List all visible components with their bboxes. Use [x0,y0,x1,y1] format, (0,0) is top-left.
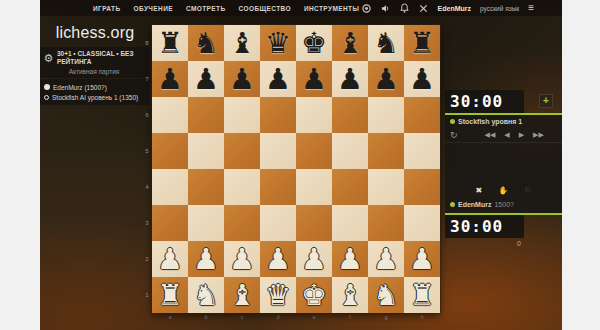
abort-button[interactable]: ✖ [476,186,483,195]
piece-black-rook[interactable]: ♜ [157,25,183,61]
file-label-a: a [152,314,188,320]
draw-offer-button[interactable]: ✋ [498,186,508,195]
first-move-button[interactable]: ◀◀ [485,131,496,139]
square-e8[interactable]: ♚ [296,25,332,61]
player-row[interactable]: EdenMurz 1500? [445,198,562,211]
record-icon[interactable] [362,3,372,13]
square-a2[interactable]: ♟ [152,241,188,277]
square-e3[interactable] [296,205,332,241]
piece-black-rook[interactable]: ♜ [409,25,435,61]
piece-black-pawn[interactable]: ♟ [265,61,291,97]
game-info-line: 30+1 • CLASSICAL • БЕЗ РЕЙТИНГА [57,50,145,66]
piece-black-queen[interactable]: ♛ [265,25,291,61]
piece-white-pawn[interactable]: ♟ [373,241,399,277]
square-e2[interactable]: ♟ [296,241,332,277]
piece-black-pawn[interactable]: ♟ [157,61,183,97]
square-h7[interactable]: ♟ [404,61,440,97]
black-side-icon [44,95,49,100]
file-label-f: f [332,314,368,320]
white-player-label: EdenMurz (1500?) [53,84,107,91]
square-d5[interactable] [260,133,296,169]
add-time-button[interactable]: + [539,94,553,108]
piece-white-pawn[interactable]: ♟ [409,241,435,277]
rank-label-5: 5 [143,133,151,169]
square-b6[interactable] [188,97,224,133]
square-c4[interactable] [224,169,260,205]
square-g1[interactable]: ♞ [368,277,404,313]
lichess-app-window: ИГРАТЬ ОБУЧЕНИЕ СМОТРЕТЬ СООБЩЕСТВО ИНСТ… [40,0,562,330]
move-list[interactable] [445,143,562,183]
square-b5[interactable] [188,133,224,169]
piece-white-rook[interactable]: ♜ [409,277,435,313]
square-d6[interactable] [260,97,296,133]
spectator-count: 0 [517,240,521,247]
next-move-button[interactable]: ▶ [519,131,524,139]
piece-black-bishop[interactable]: ♝ [337,25,363,61]
square-c2[interactable]: ♟ [224,241,260,277]
menu-play[interactable]: ИГРАТЬ [93,5,121,12]
square-a5[interactable] [152,133,188,169]
player-clock: 30:00 [445,215,524,238]
piece-white-pawn[interactable]: ♟ [229,241,255,277]
piece-black-king[interactable]: ♚ [301,25,327,61]
square-a6[interactable] [152,97,188,133]
file-coordinates: abcdefgh [152,314,440,320]
piece-white-bishop[interactable]: ♝ [229,277,255,313]
square-e4[interactable] [296,169,332,205]
rank-label-8: 8 [143,25,151,61]
square-d2[interactable]: ♟ [260,241,296,277]
piece-black-pawn[interactable]: ♟ [301,61,327,97]
player-name: EdenMurz [458,201,491,208]
square-a7[interactable]: ♟ [152,61,188,97]
square-e1[interactable]: ♚ [296,277,332,313]
piece-black-pawn[interactable]: ♟ [193,61,219,97]
square-c3[interactable] [224,205,260,241]
file-label-h: h [404,314,440,320]
square-f7[interactable]: ♟ [332,61,368,97]
file-label-c: c [224,314,260,320]
opponent-row[interactable]: Stockfish уровня 1 [445,115,562,128]
rank-coordinates: 87654321 [143,25,151,313]
player-row-black[interactable]: Stockfish AI уровень 1 (1350) [44,92,145,102]
bell-icon[interactable] [400,3,410,13]
chess-board[interactable]: ♜♞♝♛♚♝♞♜♟♟♟♟♟♟♟♟♟♟♟♟♟♟♟♟♜♞♝♛♚♝♞♜ [152,25,440,313]
square-c6[interactable] [224,97,260,133]
square-c8[interactable]: ♝ [224,25,260,61]
rank-label-3: 3 [143,205,151,241]
piece-white-pawn[interactable]: ♟ [301,241,327,277]
square-a1[interactable]: ♜ [152,277,188,313]
square-c7[interactable]: ♟ [224,61,260,97]
square-f4[interactable] [332,169,368,205]
hamburger-icon[interactable]: ≡ [528,3,534,13]
rank-label-2: 2 [143,241,151,277]
opponent-name: Stockfish уровня 1 [458,118,522,125]
file-label-g: g [368,314,404,320]
piece-black-knight[interactable]: ♞ [193,25,219,61]
piece-white-knight[interactable]: ♞ [373,277,399,313]
username-menu[interactable]: EdenMurz [438,5,471,12]
piece-white-pawn[interactable]: ♟ [265,241,291,277]
square-g3[interactable] [368,205,404,241]
game-status-text: Активная партия [43,68,145,75]
square-g6[interactable] [368,97,404,133]
square-d7[interactable]: ♟ [260,61,296,97]
square-a4[interactable] [152,169,188,205]
piece-white-king[interactable]: ♚ [301,277,327,313]
square-h6[interactable] [404,97,440,133]
piece-white-queen[interactable]: ♛ [265,277,291,313]
file-label-b: b [188,314,224,320]
piece-white-pawn[interactable]: ♟ [193,241,219,277]
piece-black-pawn[interactable]: ♟ [229,61,255,97]
piece-white-rook[interactable]: ♜ [157,277,183,313]
main-menu: ИГРАТЬ ОБУЧЕНИЕ СМОТРЕТЬ СООБЩЕСТВО ИНСТ… [93,0,359,16]
piece-black-pawn[interactable]: ♟ [373,61,399,97]
square-g5[interactable] [368,133,404,169]
square-c5[interactable] [224,133,260,169]
online-dot-icon [450,202,455,207]
square-h2[interactable]: ♟ [404,241,440,277]
square-e7[interactable]: ♟ [296,61,332,97]
player-row-white[interactable]: EdenMurz (1500?) [44,82,145,92]
resign-button[interactable]: ⚐ [524,186,531,195]
square-d1[interactable]: ♛ [260,277,296,313]
players-box: EdenMurz (1500?) Stockfish AI уровень 1 … [40,79,149,105]
board-area: 87654321 ♜♞♝♛♚♝♞♜♟♟♟♟♟♟♟♟♟♟♟♟♟♟♟♟♜♞♝♛♚♝♞… [152,25,440,313]
rank-label-6: 6 [143,97,151,133]
square-h4[interactable] [404,169,440,205]
rank-label-4: 4 [143,169,151,205]
piece-black-pawn[interactable]: ♟ [409,61,435,97]
square-f5[interactable] [332,133,368,169]
piece-black-knight[interactable]: ♞ [373,25,399,61]
player-rating: 1500? [494,201,513,208]
piece-white-pawn[interactable]: ♟ [337,241,363,277]
replay-loop-button[interactable]: ↻ [450,130,458,140]
rank-label-7: 7 [143,61,151,97]
top-navbar: ИГРАТЬ ОБУЧЕНИЕ СМОТРЕТЬ СООБЩЕСТВО ИНСТ… [40,0,562,16]
square-h1[interactable]: ♜ [404,277,440,313]
square-b7[interactable]: ♟ [188,61,224,97]
menu-tools[interactable]: ИНСТРУМЕНТЫ [304,5,359,12]
piece-white-knight[interactable]: ♞ [193,277,219,313]
square-g8[interactable]: ♞ [368,25,404,61]
piece-white-pawn[interactable]: ♟ [157,241,183,277]
square-a8[interactable]: ♜ [152,25,188,61]
speaker-icon[interactable] [381,3,391,13]
square-b3[interactable] [188,205,224,241]
game-actions: ✖ ✋ ⚐ [445,183,562,198]
square-b1[interactable]: ♞ [188,277,224,313]
square-h3[interactable] [404,205,440,241]
challenges-icon[interactable] [419,3,429,13]
game-info-box: ⚙ 30+1 • CLASSICAL • БЕЗ РЕЙТИНГА Активн… [40,47,149,78]
square-h5[interactable] [404,133,440,169]
square-g7[interactable]: ♟ [368,61,404,97]
file-label-d: d [260,314,296,320]
piece-black-bishop[interactable]: ♝ [229,25,255,61]
language-selector[interactable]: русский язык [480,5,519,12]
square-b4[interactable] [188,169,224,205]
gears-icon: ⚙ [43,53,54,63]
lichess-logo[interactable]: lichess.org [40,24,150,42]
square-g4[interactable] [368,169,404,205]
square-d3[interactable] [260,205,296,241]
square-b2[interactable]: ♟ [188,241,224,277]
prev-move-button[interactable]: ◀ [504,131,509,139]
square-a3[interactable] [152,205,188,241]
square-b8[interactable]: ♞ [188,25,224,61]
square-e6[interactable] [296,97,332,133]
menu-learn[interactable]: ОБУЧЕНИЕ [134,5,173,12]
square-f1[interactable]: ♝ [332,277,368,313]
navbar-right: EdenMurz русский язык ≡ [362,0,534,16]
square-f8[interactable]: ♝ [332,25,368,61]
square-f3[interactable] [332,205,368,241]
black-player-label: Stockfish AI уровень 1 (1350) [52,94,138,101]
square-f6[interactable] [332,97,368,133]
last-move-button[interactable]: ▶▶ [533,131,544,139]
square-d4[interactable] [260,169,296,205]
rank-label-1: 1 [143,277,151,313]
square-g2[interactable]: ♟ [368,241,404,277]
square-c1[interactable]: ♝ [224,277,260,313]
square-d8[interactable]: ♛ [260,25,296,61]
menu-community[interactable]: СООБЩЕСТВО [239,5,291,12]
square-e5[interactable] [296,133,332,169]
piece-black-pawn[interactable]: ♟ [337,61,363,97]
square-h8[interactable]: ♜ [404,25,440,61]
white-side-icon [44,84,50,90]
piece-white-bishop[interactable]: ♝ [337,277,363,313]
file-label-e: e [296,314,332,320]
menu-watch[interactable]: СМОТРЕТЬ [186,5,226,12]
square-f2[interactable]: ♟ [332,241,368,277]
move-controls: ↻ ◀◀ ◀ ▶ ▶▶ [445,128,562,143]
online-dot-icon [450,119,455,124]
opponent-clock: 30:00 [445,90,524,113]
